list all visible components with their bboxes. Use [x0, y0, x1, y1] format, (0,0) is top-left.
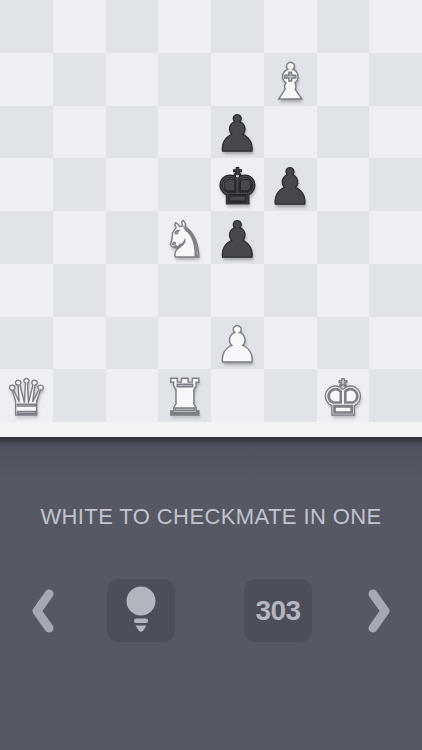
board-area: ♝♟♚♟♞♟♟♛♜♚	[0, 0, 422, 437]
board-square[interactable]	[158, 0, 211, 53]
board-square[interactable]	[158, 317, 211, 370]
white-bishop-piece[interactable]: ♝	[264, 55, 317, 108]
board-square[interactable]	[317, 158, 370, 211]
board-square[interactable]	[106, 158, 159, 211]
board-square[interactable]	[369, 158, 422, 211]
board-square[interactable]	[106, 317, 159, 370]
black-king-piece[interactable]: ♚	[211, 160, 264, 213]
chevron-left-icon	[30, 621, 56, 636]
white-rook-piece[interactable]: ♜	[158, 371, 211, 424]
board-square[interactable]	[53, 53, 106, 106]
previous-puzzle-button[interactable]	[30, 589, 56, 633]
board-square[interactable]	[158, 106, 211, 159]
board-square[interactable]	[53, 158, 106, 211]
puzzle-app-screen: ♝♟♚♟♞♟♟♛♜♚ WHITE TO CHECKMATE IN ONE 303	[0, 0, 422, 750]
black-pawn-piece[interactable]: ♟	[264, 160, 317, 213]
white-king-piece[interactable]: ♚	[317, 371, 370, 424]
board-square[interactable]	[264, 0, 317, 53]
board-square[interactable]: ♚	[317, 369, 370, 422]
black-pawn-piece[interactable]: ♟	[211, 213, 264, 266]
board-square[interactable]	[317, 317, 370, 370]
board-square[interactable]	[158, 158, 211, 211]
board-square[interactable]	[53, 369, 106, 422]
board-square[interactable]	[0, 158, 53, 211]
board-square[interactable]: ♝	[264, 53, 317, 106]
board-square[interactable]	[106, 369, 159, 422]
board-square[interactable]	[317, 211, 370, 264]
board-square[interactable]	[0, 53, 53, 106]
board-square[interactable]	[106, 211, 159, 264]
board-square[interactable]: ♟	[211, 317, 264, 370]
board-square[interactable]: ♚	[211, 158, 264, 211]
board-square[interactable]	[317, 106, 370, 159]
board-square[interactable]	[264, 369, 317, 422]
white-knight-piece[interactable]: ♞	[158, 213, 211, 266]
board-square[interactable]: ♟	[264, 158, 317, 211]
board-square[interactable]	[369, 264, 422, 317]
lightbulb-icon	[121, 586, 161, 635]
board-square[interactable]	[369, 211, 422, 264]
board-square[interactable]	[53, 317, 106, 370]
board-square[interactable]	[211, 53, 264, 106]
board-square[interactable]	[369, 317, 422, 370]
white-pawn-piece[interactable]: ♟	[211, 319, 264, 372]
board-square[interactable]	[53, 0, 106, 53]
board-square[interactable]: ♛	[0, 369, 53, 422]
board-square[interactable]	[211, 264, 264, 317]
board-square[interactable]	[369, 53, 422, 106]
black-pawn-piece[interactable]: ♟	[211, 108, 264, 161]
board-square[interactable]	[0, 264, 53, 317]
board-square[interactable]	[106, 264, 159, 317]
white-queen-piece[interactable]: ♛	[0, 371, 53, 424]
board-square[interactable]	[264, 264, 317, 317]
board-square[interactable]	[106, 0, 159, 53]
board-square[interactable]	[317, 53, 370, 106]
board-square[interactable]	[369, 369, 422, 422]
hint-button[interactable]	[107, 579, 175, 642]
puzzle-instruction: WHITE TO CHECKMATE IN ONE	[0, 504, 422, 530]
puzzle-number-button[interactable]: 303	[244, 579, 312, 642]
board-square[interactable]	[53, 106, 106, 159]
board-square[interactable]	[0, 211, 53, 264]
board-square[interactable]	[106, 106, 159, 159]
board-square[interactable]	[0, 317, 53, 370]
board-square[interactable]	[0, 0, 53, 53]
board-square[interactable]	[0, 106, 53, 159]
board-square[interactable]	[53, 264, 106, 317]
board-square[interactable]	[53, 211, 106, 264]
board-square[interactable]	[264, 211, 317, 264]
board-square[interactable]	[211, 369, 264, 422]
board-square[interactable]	[369, 106, 422, 159]
chess-board[interactable]: ♝♟♚♟♞♟♟♛♜♚	[0, 0, 422, 422]
next-puzzle-button[interactable]	[366, 589, 392, 633]
board-square[interactable]	[264, 317, 317, 370]
board-square[interactable]	[158, 264, 211, 317]
board-square[interactable]	[106, 53, 159, 106]
board-square[interactable]: ♞	[158, 211, 211, 264]
board-square[interactable]	[158, 53, 211, 106]
board-square[interactable]: ♜	[158, 369, 211, 422]
board-square[interactable]: ♟	[211, 211, 264, 264]
board-square[interactable]	[317, 264, 370, 317]
board-square[interactable]	[369, 0, 422, 53]
board-square[interactable]	[264, 106, 317, 159]
board-square[interactable]	[211, 0, 264, 53]
board-bottom-shadow	[0, 437, 422, 448]
chevron-right-icon	[366, 621, 392, 636]
board-square[interactable]	[317, 0, 370, 53]
panel-top-fade	[0, 448, 422, 484]
board-square[interactable]: ♟	[211, 106, 264, 159]
